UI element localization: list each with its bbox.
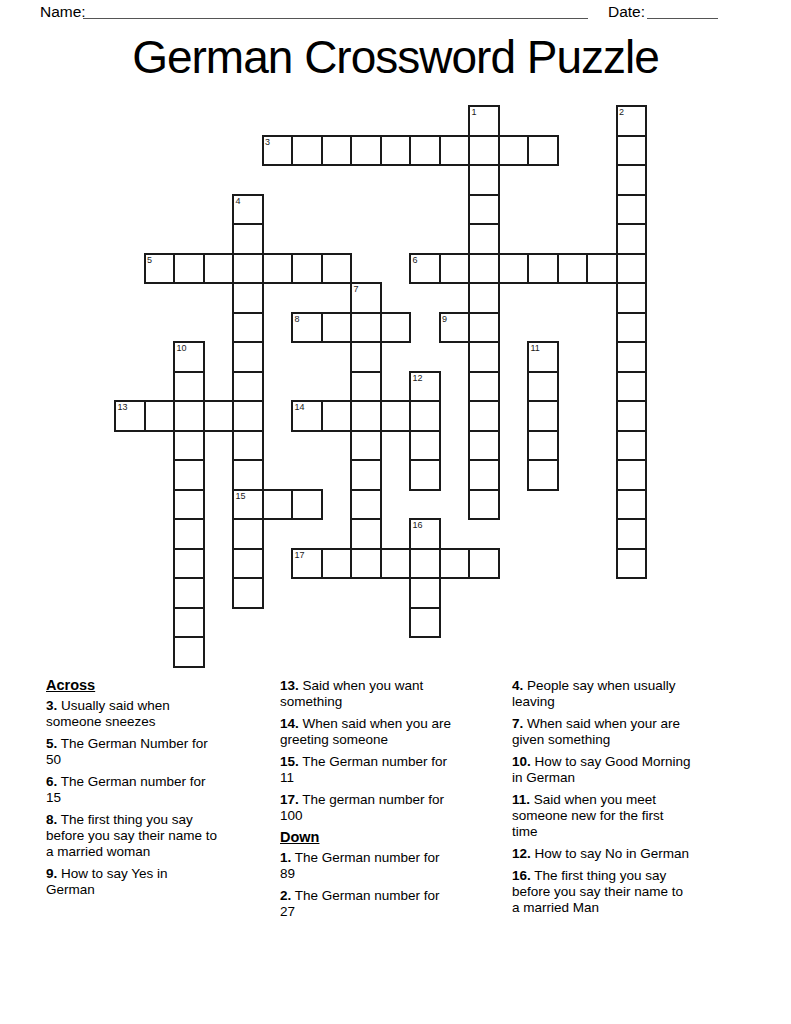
grid-cell[interactable]: 6: [409, 253, 441, 285]
grid-cell[interactable]: [527, 371, 559, 403]
clue-number: 12: [413, 373, 423, 383]
clue-number: 16: [413, 520, 423, 530]
grid-cell[interactable]: [468, 459, 500, 491]
grid-cell[interactable]: [350, 371, 382, 403]
grid-cell[interactable]: [173, 518, 205, 550]
clue-11: 11. Said when you meet someone new for t…: [512, 792, 742, 839]
grid-cell[interactable]: 16: [409, 518, 441, 550]
clue-7: 7. When said when your are given somethi…: [512, 716, 742, 748]
grid-cell[interactable]: [232, 577, 264, 609]
grid-cell[interactable]: [409, 459, 441, 491]
grid-cell[interactable]: 12: [409, 371, 441, 403]
grid-cell[interactable]: [468, 164, 500, 196]
grid-cell[interactable]: [350, 135, 382, 167]
grid-cell[interactable]: [232, 282, 264, 314]
grid-cell[interactable]: [409, 400, 441, 432]
grid-cell[interactable]: 15: [232, 489, 264, 521]
clue-number: 7: [354, 284, 359, 294]
grid-cell[interactable]: [468, 430, 500, 462]
clue-15: 15. The German number for 11: [280, 754, 510, 786]
grid-cell[interactable]: [468, 312, 500, 344]
clue-number: 15: [236, 491, 246, 501]
clue-13: 13. Said when you want something: [280, 678, 510, 710]
grid-cell[interactable]: [380, 312, 412, 344]
clue-10: 10. How to say Good Morning in German: [512, 754, 742, 786]
grid-cell[interactable]: [468, 400, 500, 432]
grid-cell[interactable]: [232, 253, 264, 285]
grid-cell[interactable]: [498, 135, 530, 167]
grid-cell[interactable]: [173, 253, 205, 285]
grid-cell[interactable]: [321, 548, 353, 580]
grid-cell[interactable]: [616, 135, 648, 167]
grid-cell[interactable]: [203, 253, 235, 285]
crossword-grid: 1234567891011121314151617: [115, 106, 646, 667]
grid-cell[interactable]: [262, 253, 294, 285]
grid-cell[interactable]: [321, 400, 353, 432]
grid-cell[interactable]: [291, 489, 323, 521]
grid-cell[interactable]: [350, 430, 382, 462]
grid-cell[interactable]: [173, 430, 205, 462]
grid-cell[interactable]: [232, 371, 264, 403]
grid-cell[interactable]: [232, 400, 264, 432]
grid-cell[interactable]: [144, 400, 176, 432]
clue-8: 8. The first thing you say before you sa…: [46, 812, 276, 859]
grid-cell[interactable]: [468, 371, 500, 403]
clue-column-middle: 13. Said when you want something14. When…: [280, 678, 510, 926]
across-header: Across: [46, 678, 276, 694]
grid-cell[interactable]: [616, 223, 648, 255]
clue-number: 3: [265, 137, 270, 147]
grid-cell[interactable]: [409, 577, 441, 609]
grid-cell[interactable]: [232, 341, 264, 373]
grid-cell[interactable]: [616, 548, 648, 580]
grid-cell[interactable]: [173, 400, 205, 432]
date-blank-line[interactable]: [647, 4, 718, 19]
clue-number: 4: [236, 196, 241, 206]
name-label: Name:: [40, 3, 86, 20]
grid-cell[interactable]: [380, 548, 412, 580]
clue-number: 17: [295, 550, 305, 560]
clue-3: 3. Usually said when someone sneezes: [46, 698, 276, 730]
clue-1: 1. The German number for 89: [280, 850, 510, 882]
grid-cell[interactable]: [321, 312, 353, 344]
grid-cell[interactable]: [232, 430, 264, 462]
grid-cell[interactable]: [321, 253, 353, 285]
grid-cell[interactable]: [616, 341, 648, 373]
grid-cell[interactable]: [350, 400, 382, 432]
grid-cell[interactable]: [173, 636, 205, 668]
clue-4: 4. People say when usually leaving: [512, 678, 742, 710]
grid-cell[interactable]: 14: [291, 400, 323, 432]
clue-5: 5. The German Number for 50: [46, 736, 276, 768]
grid-cell[interactable]: [439, 135, 471, 167]
grid-cell[interactable]: 4: [232, 194, 264, 226]
grid-cell[interactable]: [232, 548, 264, 580]
grid-cell[interactable]: [439, 548, 471, 580]
grid-cell[interactable]: [468, 548, 500, 580]
clue-number: 6: [413, 255, 418, 265]
grid-cell[interactable]: 8: [291, 312, 323, 344]
grid-cell[interactable]: [616, 518, 648, 550]
clue-number: 13: [118, 402, 128, 412]
clue-column-down: 4. People say when usually leaving7. Whe…: [512, 678, 742, 922]
grid-cell[interactable]: [350, 341, 382, 373]
date-label: Date:: [608, 3, 645, 20]
puzzle-title: German Crossword Puzzle: [0, 28, 791, 86]
grid-cell[interactable]: [616, 164, 648, 196]
grid-cell[interactable]: 2: [616, 105, 648, 137]
clue-number: 9: [442, 314, 447, 324]
grid-cell[interactable]: [586, 253, 618, 285]
grid-cell[interactable]: [291, 253, 323, 285]
grid-cell[interactable]: [173, 607, 205, 639]
grid-cell[interactable]: [498, 253, 530, 285]
down-header: Down: [280, 830, 510, 846]
clue-number: 14: [295, 402, 305, 412]
clue-12: 12. How to say No in German: [512, 846, 742, 862]
grid-cell[interactable]: [409, 607, 441, 639]
grid-cell[interactable]: [527, 135, 559, 167]
grid-cell[interactable]: [527, 459, 559, 491]
grid-cell[interactable]: [616, 400, 648, 432]
clue-17: 17. The german number for 100: [280, 792, 510, 824]
grid-cell[interactable]: [616, 282, 648, 314]
grid-cell[interactable]: [321, 135, 353, 167]
grid-cell[interactable]: [468, 341, 500, 373]
grid-cell[interactable]: [468, 282, 500, 314]
grid-cell[interactable]: [232, 518, 264, 550]
grid-cell[interactable]: [616, 371, 648, 403]
grid-cell[interactable]: [527, 253, 559, 285]
grid-cell[interactable]: [468, 194, 500, 226]
grid-cell[interactable]: [380, 400, 412, 432]
grid-cell[interactable]: [468, 489, 500, 521]
grid-cell[interactable]: [616, 312, 648, 344]
grid-cell[interactable]: [232, 459, 264, 491]
grid-cell[interactable]: [350, 518, 382, 550]
grid-cell[interactable]: [468, 135, 500, 167]
grid-cell[interactable]: 9: [439, 312, 471, 344]
grid-cell[interactable]: [350, 489, 382, 521]
grid-cell[interactable]: 10: [173, 341, 205, 373]
grid-cell[interactable]: [468, 253, 500, 285]
grid-cell[interactable]: [409, 430, 441, 462]
grid-cell[interactable]: [350, 548, 382, 580]
clue-6: 6. The German number for 15: [46, 774, 276, 806]
clue-2: 2. The German number for 27: [280, 888, 510, 920]
grid-cell[interactable]: [616, 459, 648, 491]
grid-cell[interactable]: [409, 548, 441, 580]
grid-cell[interactable]: [203, 400, 235, 432]
grid-cell[interactable]: [439, 253, 471, 285]
grid-cell[interactable]: 17: [291, 548, 323, 580]
grid-cell[interactable]: [616, 253, 648, 285]
grid-cell[interactable]: [380, 135, 412, 167]
grid-cell[interactable]: 3: [262, 135, 294, 167]
clue-9: 9. How to say Yes in German: [46, 866, 276, 898]
clue-number: 8: [295, 314, 300, 324]
clue-number: 1: [472, 107, 477, 117]
grid-cell[interactable]: [557, 253, 589, 285]
clue-column-across: Across3. Usually said when someone sneez…: [46, 678, 276, 904]
grid-cell[interactable]: [409, 135, 441, 167]
grid-cell[interactable]: [173, 371, 205, 403]
grid-cell[interactable]: 13: [114, 400, 146, 432]
grid-cell[interactable]: [350, 459, 382, 491]
grid-cell[interactable]: [527, 400, 559, 432]
grid-cell[interactable]: [616, 194, 648, 226]
grid-cell[interactable]: [173, 459, 205, 491]
clue-14: 14. When said when you are greeting some…: [280, 716, 510, 748]
grid-cell[interactable]: [616, 489, 648, 521]
grid-cell[interactable]: [232, 223, 264, 255]
grid-cell[interactable]: 7: [350, 282, 382, 314]
name-blank-line[interactable]: [83, 4, 588, 19]
grid-cell[interactable]: [262, 489, 294, 521]
clue-number: 10: [177, 343, 187, 353]
grid-cell[interactable]: [616, 430, 648, 462]
grid-cell[interactable]: [468, 223, 500, 255]
grid-cell[interactable]: 1: [468, 105, 500, 137]
grid-cell[interactable]: [173, 577, 205, 609]
grid-cell[interactable]: [173, 489, 205, 521]
clue-number: 2: [619, 107, 624, 117]
grid-cell[interactable]: [350, 312, 382, 344]
clue-16: 16. The first thing you say before you s…: [512, 868, 742, 915]
grid-cell[interactable]: [232, 312, 264, 344]
grid-cell[interactable]: [527, 430, 559, 462]
grid-cell[interactable]: [291, 135, 323, 167]
clue-number: 5: [147, 255, 152, 265]
grid-cell[interactable]: 5: [144, 253, 176, 285]
grid-cell[interactable]: [173, 548, 205, 580]
clue-number: 11: [531, 343, 540, 353]
grid-cell[interactable]: 11: [527, 341, 559, 373]
